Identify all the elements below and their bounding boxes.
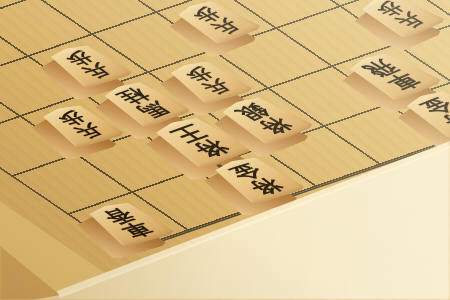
piece-kanji: 車 bbox=[116, 220, 157, 240]
piece-kanji: 兵 bbox=[198, 78, 235, 97]
piece-kanji: 兵 bbox=[70, 122, 107, 141]
shogi-board[interactable]: 歩兵歩兵歩兵桂馬歩兵歩兵王将銀将飛車香車金将金将 bbox=[0, 0, 450, 300]
shogi-photo-stage: 歩兵歩兵歩兵桂馬歩兵歩兵王将銀将飛車香車金将金将 bbox=[0, 0, 450, 300]
piece-kanji: 馬 bbox=[133, 99, 174, 120]
piece-kanji: 将 bbox=[188, 137, 234, 160]
piece-kanji: 兵 bbox=[78, 62, 115, 81]
